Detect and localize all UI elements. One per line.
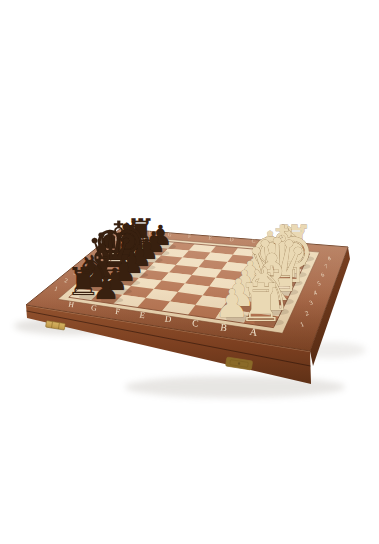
file-label-far: D xyxy=(229,236,233,242)
chess-board: HHGGFFEEDDCCBBAA8877665544332211♜♟♟♜♞♟♟♞… xyxy=(0,0,379,544)
product-photo: HHGGFFEEDDCCBBAA8877665544332211♜♟♟♜♞♟♟♞… xyxy=(0,0,379,544)
file-label-far: F xyxy=(188,233,191,239)
piece-black-pawn: ♟ xyxy=(92,270,120,306)
piece-white-rook: ♜ xyxy=(237,273,284,333)
